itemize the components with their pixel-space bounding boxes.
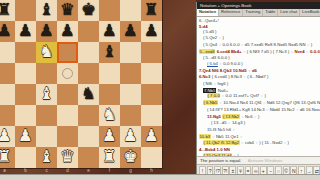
move-token[interactable]: ( 5.d3 ) [203, 29, 216, 34]
move-token[interactable]: ( 6.cxd4 ) 8.Nc3 [212, 74, 242, 79]
notation-panel: Notation + Openings Book NotationReferen… [196, 2, 320, 174]
move-token[interactable]: 5...exd4 [199, 49, 215, 54]
square-g5[interactable] [120, 63, 141, 84]
square-c3[interactable] [36, 105, 57, 126]
move-token[interactable]: 0-0 11.exf7+ Qxf7 [226, 93, 260, 98]
livebook-eval-icon: ○ [214, 82, 216, 86]
livebook-eval-icon: ○ [241, 43, 243, 47]
livebook-eval-icon: ○ [219, 62, 221, 66]
square-g7[interactable]: ♟ [120, 21, 141, 42]
square-c6[interactable]: ♞ [36, 42, 57, 63]
black-pawn: ♟ [102, 23, 117, 40]
livebook-eval-icon: ○ [219, 36, 221, 40]
tab-table[interactable]: Table [263, 9, 278, 16]
move-token[interactable]: ( 6.Nb5 [203, 100, 218, 105]
livebook-eval-icon: ○ [291, 50, 293, 54]
white-rook: ♜ [102, 149, 117, 166]
notation-line: ( 13...d5○14.g3 ) [199, 120, 320, 127]
square-d2[interactable] [57, 126, 78, 147]
move-token[interactable]: d6 [252, 68, 257, 73]
move-token[interactable]: ) [222, 35, 223, 40]
move-token[interactable]: Nbd4 15.Nc2 [270, 107, 295, 112]
move-token[interactable]: 0-0 6.0-0 [222, 42, 239, 47]
square-e1[interactable] [78, 147, 99, 168]
white-king: ♚ [123, 149, 138, 166]
move-token[interactable]: 14.g3 ) [232, 120, 245, 125]
square-e6[interactable] [78, 42, 99, 63]
livebook-eval-icon: ○ [266, 108, 268, 112]
chess-board[interactable]: ♜♝♛♚♜♟♟♟♟♟♟♟♞♝♝♞♞♟♟♟♟♟♜♝♛♜♚ [0, 0, 162, 168]
move-token[interactable]: ) [288, 140, 289, 145]
move-token[interactable]: 7.Nb5 [203, 88, 216, 93]
move-token[interactable]: ( 13.Nb2 [222, 114, 239, 119]
move-token[interactable]: fxg6 ) [218, 81, 229, 86]
white-knight: ♞ [102, 107, 117, 124]
square-b6[interactable] [15, 42, 36, 63]
move-token[interactable]: Nxe4 [294, 49, 304, 54]
square-f1[interactable]: ♜ [99, 147, 120, 168]
move-token[interactable]: ( Nf6 [203, 81, 212, 86]
square-h2[interactable]: ♟ [141, 126, 162, 147]
move-token[interactable]: ) [258, 114, 259, 119]
square-e2[interactable] [78, 126, 99, 147]
move-token[interactable]: cxb4 [245, 140, 254, 145]
livebook-eval-icon: ○ [233, 128, 235, 132]
square-c7[interactable]: ♟ [36, 21, 57, 42]
notation-line: ( Nf6○fxg6 ) [199, 81, 320, 88]
square-d5[interactable] [57, 63, 78, 84]
move-token[interactable]: ( 6.Nf3 7.d5 ) ( 7.Nc3 ) [247, 49, 289, 54]
move-token[interactable]: d5 7.exd5 Re8 8.Nxd5 Nxd5 NN [245, 42, 306, 47]
move-token[interactable]: Nb5 11.Qe1 [216, 134, 239, 139]
notation-line: 15.f3 Nc5 h6○ [199, 127, 320, 134]
square-a3[interactable] [0, 105, 15, 126]
livebook-eval-icon: ○ [241, 141, 243, 145]
white-pawn: ♟ [144, 128, 159, 145]
move-token[interactable]: 6.cxd4 Bb4+ [217, 49, 242, 54]
livebook-eval-icon: ○ [212, 135, 214, 139]
square-b2[interactable]: ♟ [15, 126, 36, 147]
black-rook: ♜ [0, 2, 12, 19]
black-knight: ♞ [81, 86, 96, 103]
square-g6[interactable] [120, 42, 141, 63]
notation-line: ( 11.Qb2 f5 12.Bg2○cxb4○) ( 11...Nxd2○) [199, 140, 320, 147]
square-h8[interactable]: ♜ [141, 0, 162, 21]
livebook-eval-icon: ○ [255, 141, 257, 145]
square-c2[interactable] [36, 126, 57, 147]
square-f4[interactable] [99, 84, 120, 105]
square-b8[interactable] [15, 0, 36, 21]
bottom-status-strip [0, 174, 320, 180]
square-h3[interactable] [141, 105, 162, 126]
move-token[interactable]: ) [264, 93, 265, 98]
white-pawn: ♟ [123, 128, 138, 145]
white-knight: ♞ [39, 44, 54, 61]
white-pawn: ♟ [0, 128, 12, 145]
square-g8[interactable] [120, 0, 141, 21]
square-h4[interactable] [141, 84, 162, 105]
move-token[interactable]: 5.d4 [199, 24, 208, 29]
square-a2[interactable]: ♟ [0, 126, 15, 147]
livebook-eval-icon: ○ [222, 94, 224, 98]
square-d7[interactable]: ♟ [57, 21, 78, 42]
livebook-eval-icon: ○ [284, 141, 286, 145]
square-d1[interactable]: ♛ [57, 147, 78, 168]
white-pawn: ♟ [102, 128, 117, 145]
white-bishop: ♝ [39, 86, 54, 103]
notation-line: ( 6.Nb5○10.Nxc4 Ne4 11.Qf4○Nd6 12.Qxg7 Q… [199, 100, 320, 107]
chessbase-window: ♜♝♛♚♜♟♟♟♟♟♟♟♞♝♝♞♞♟♟♟♟♟♜♝♛♜♚ abcdefgh Not… [0, 0, 320, 180]
square-f6[interactable]: ♝ [99, 42, 120, 63]
black-pawn: ♟ [123, 23, 138, 40]
status-text: The position is equal. [200, 158, 242, 163]
white-queen: ♛ [60, 149, 75, 166]
livebook-eval-icon: ○ [219, 101, 221, 105]
notation-line: 10.b3○Nb5 11.Qe1○ [199, 134, 320, 141]
move-token[interactable]: 4...Bxb4 1-0 NN [199, 147, 230, 152]
square-f3[interactable]: ♞ [99, 105, 120, 126]
move-token[interactable]: 13.Ng5 [207, 114, 221, 119]
square-d8[interactable]: ♛ [57, 0, 78, 21]
square-a5[interactable] [0, 63, 15, 84]
notation-line: 5...exd46.cxd4 Bb4+○( 6.Nf3 7.d5 ) ( 7.N… [199, 49, 320, 56]
move-token[interactable]: ( 6...Nbd7 ) [247, 74, 268, 79]
square-g1[interactable]: ♚ [120, 147, 141, 168]
move-token[interactable]: ( 13...d5 [211, 120, 227, 125]
move-token[interactable]: 10.Nxc4 Ne4 11.Qf4 [223, 100, 261, 105]
livebook-eval-icon: ○ [306, 50, 308, 54]
square-h6[interactable] [141, 42, 162, 63]
livebook-eval-icon: ○ [254, 115, 256, 119]
move-token[interactable]: ( 6.b4 [207, 61, 218, 66]
square-f7[interactable]: ♟ [99, 21, 120, 42]
livebook-eval-icon: ○ [261, 94, 263, 98]
square-b4[interactable] [15, 84, 36, 105]
square-f5[interactable] [99, 63, 120, 84]
notation-area[interactable]: 6...Qxe4+!5.d4( 5.d3 )( 5.Qe2○)( 5.Qe4○0… [197, 17, 320, 156]
move-token[interactable]: ( 5.Qe2 [203, 35, 217, 40]
move-token[interactable]: ( 7.0-0 [207, 93, 220, 98]
black-pawn: ♟ [0, 23, 12, 40]
notation-line: ( 14.f3!? 13.Rfd1+ Kg8 14.Nc3○Nbd4 15.Nc… [199, 107, 320, 114]
move-token[interactable]: 7.Qe4 Nf6 8.Qb3 10.Nd5 [199, 68, 247, 73]
square-g2[interactable]: ♟ [120, 126, 141, 147]
livebook-eval-icon: ○ [263, 101, 265, 105]
square-f2[interactable]: ♟ [99, 126, 120, 147]
square-a4[interactable] [0, 84, 15, 105]
move-token[interactable]: 10.b3 [199, 134, 211, 139]
move-token[interactable]: d6 16.Nxe4 [300, 107, 320, 112]
square-b7[interactable]: ♟ [15, 21, 36, 42]
square-b3[interactable] [15, 105, 36, 126]
livebook-eval-icon: ○ [241, 115, 243, 119]
black-pawn: ♟ [18, 23, 33, 40]
black-pawn: ♟ [144, 23, 159, 40]
square-c4[interactable]: ♝ [36, 84, 57, 105]
square-c8[interactable]: ♝ [36, 0, 57, 21]
square-f8[interactable] [99, 0, 120, 21]
move-token[interactable]: 15.f3 Nc5 h6 [207, 127, 231, 132]
notation-line: 6.Nc3( 6.cxd4 ) 8.Nc3○( 6...Nbd7 ) [199, 74, 320, 81]
black-rook: ♜ [144, 2, 159, 19]
panel-title: Notation + Openings Book [197, 2, 320, 9]
move-token[interactable]: ( 5.Qe4 [203, 42, 217, 47]
evaluation-status: The position is equal. Activate Windows [197, 156, 320, 164]
move-token[interactable]: Nd6 12.Qxg7 Qf6 13.Qxf6 Nxf6 14.Nc1+ Nb4 [267, 100, 320, 105]
circle-marker-icon [62, 68, 73, 79]
square-d4[interactable] [57, 84, 78, 105]
square-a7[interactable]: ♟ [0, 21, 15, 42]
tab-livebook[interactable]: LiveBook [300, 9, 320, 16]
move-token[interactable]: 0-0-0 [310, 49, 320, 54]
livebook-eval-icon: ○ [219, 43, 221, 47]
move-token[interactable]: Na6+ [218, 88, 228, 93]
square-e7[interactable] [78, 21, 99, 42]
tab-reference[interactable]: Reference [219, 9, 243, 16]
move-token[interactable]: 6...Qxe4+! [199, 18, 219, 23]
square-b5[interactable] [15, 63, 36, 84]
move-token[interactable]: ( 11.Qb2 f5 12.Bg2 [203, 140, 240, 145]
notation-line: ( 5.Qe4○0-0 6.0-0○d5 7.exd5 Re8 8.Nxd5 N… [199, 42, 320, 49]
livebook-eval-icon: ○ [243, 75, 245, 79]
tab-notation[interactable]: Notation [197, 9, 219, 16]
square-g4[interactable] [120, 84, 141, 105]
move-token[interactable]: ) [311, 42, 312, 47]
black-queen: ♛ [60, 2, 75, 19]
square-d3[interactable] [57, 105, 78, 126]
move-token[interactable]: ) ( 11...Nxd2 [259, 140, 282, 145]
notation-line: ( 6.b4○0-0 9.0-0 ) [199, 61, 320, 68]
tab-training[interactable]: Training [243, 9, 263, 16]
notation-line: ( 7.0-0○0-0 11.exf7+ Qxf7○) [199, 93, 320, 100]
square-g3[interactable] [120, 105, 141, 126]
square-h1[interactable] [141, 147, 162, 168]
notation-line: ( 5.Qe2○) [199, 35, 320, 42]
move-token[interactable]: ( 14.f3!? 13.Rfd1+ Kg8 14.Nc3 [207, 107, 265, 112]
square-e8[interactable]: ♚ [78, 0, 99, 21]
square-a1[interactable]: ♜ [0, 147, 15, 168]
black-pawn: ♟ [39, 23, 54, 40]
square-a6[interactable] [0, 42, 15, 63]
livebook-eval-icon: ○ [248, 69, 250, 73]
livebook-eval-icon: ○ [296, 108, 298, 112]
black-king: ♚ [81, 2, 96, 19]
square-d6[interactable] [57, 42, 78, 63]
white-bishop: ♝ [39, 149, 54, 166]
notation-line: 7.Qe4 Nf6 8.Qb3 10.Nd5○d6 [199, 68, 320, 75]
square-h5[interactable] [141, 63, 162, 84]
livebook-eval-icon: ○ [243, 50, 245, 54]
square-c5[interactable] [36, 63, 57, 84]
square-c1[interactable]: ♝ [36, 147, 57, 168]
square-h7[interactable]: ♟ [141, 21, 162, 42]
black-pawn: ♟ [60, 23, 75, 40]
move-token[interactable]: ( 5...d3 6.0-0 ) [203, 55, 230, 60]
livebook-eval-icon: ○ [240, 135, 242, 139]
move-token[interactable]: Nc6 [245, 114, 253, 119]
square-b1[interactable] [15, 147, 36, 168]
move-token[interactable]: 0-0 9.0-0 ) [223, 61, 243, 66]
watermark-text: Activate Windows [248, 158, 283, 163]
notation-line: 13.Ng5( 13.Nb2○Nc6○) [199, 114, 320, 121]
black-bishop: ♝ [39, 2, 54, 19]
tab-live-chat[interactable]: Live chat [278, 9, 300, 16]
livebook-eval-icon: ○ [228, 121, 230, 125]
livebook-eval-icon: ○ [307, 43, 309, 47]
square-a8[interactable]: ♜ [0, 0, 15, 21]
white-pawn: ♟ [18, 128, 33, 145]
black-bishop: ♝ [102, 44, 117, 61]
square-e5[interactable] [78, 63, 99, 84]
panel-tabs: NotationReferenceTrainingTableLive chatL… [197, 9, 320, 17]
white-rook: ♜ [0, 149, 12, 166]
square-e4[interactable]: ♞ [78, 84, 99, 105]
move-token[interactable]: 6.Nc3 [199, 74, 210, 79]
square-e3[interactable] [78, 105, 99, 126]
